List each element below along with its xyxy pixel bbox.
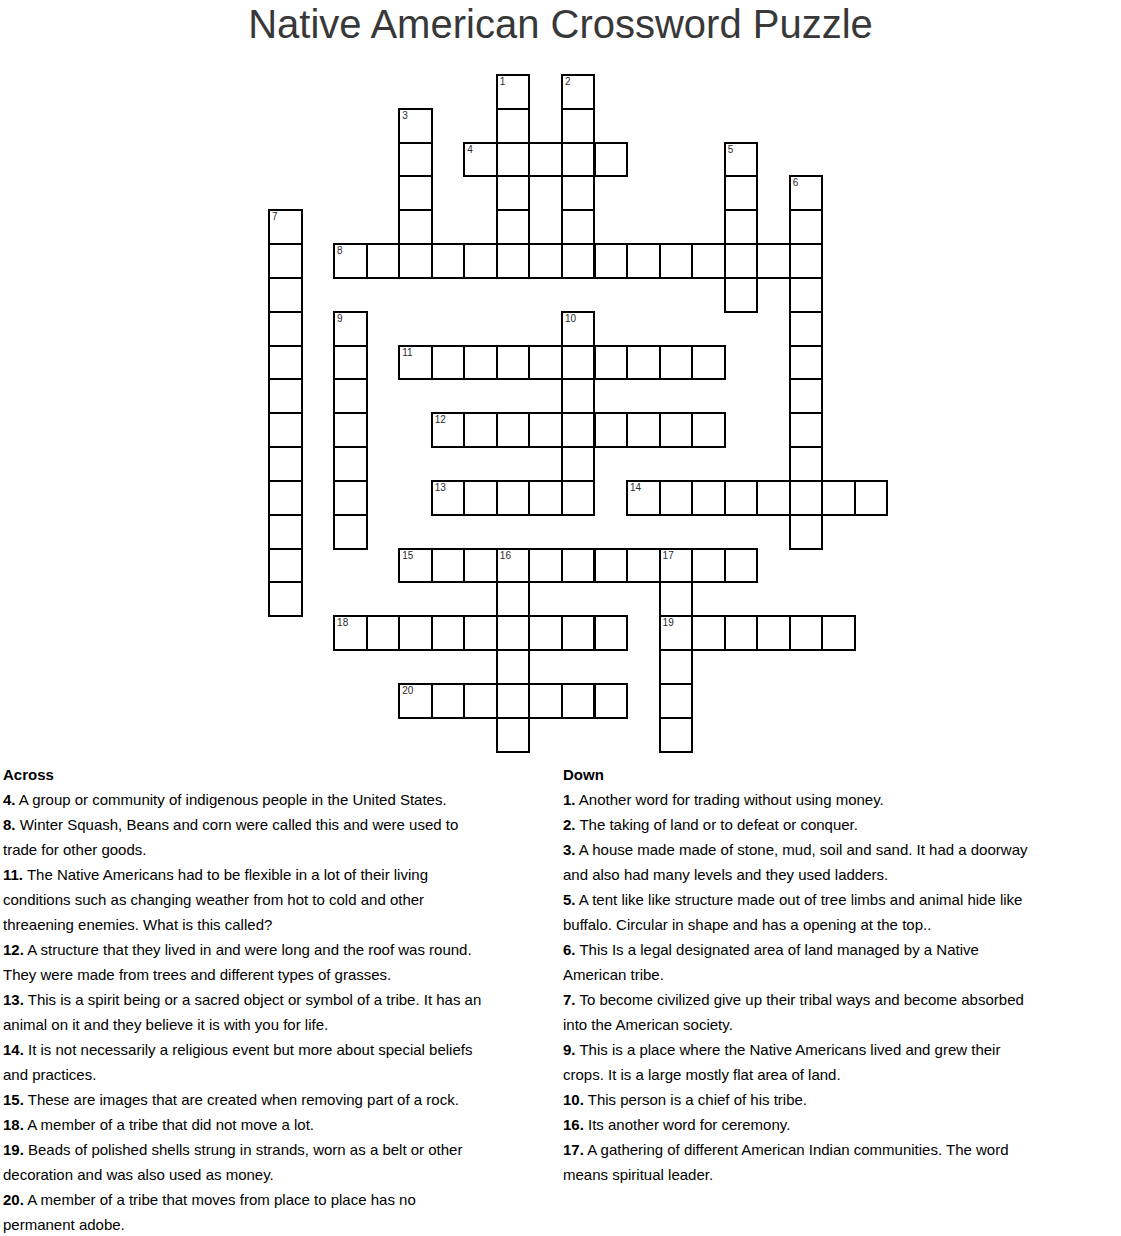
grid-cell[interactable] xyxy=(528,683,563,719)
grid-cell[interactable] xyxy=(333,514,368,550)
grid-cell[interactable] xyxy=(268,345,303,381)
across-clue-11: 11. The Native Americans had to be flexi… xyxy=(3,862,563,937)
grid-cell[interactable] xyxy=(561,108,596,144)
grid-cell[interactable] xyxy=(626,412,661,448)
grid-cell[interactable] xyxy=(756,243,791,279)
grid-clue-number: 10 xyxy=(565,314,576,324)
clue-number-label: 13. xyxy=(3,991,24,1008)
grid-cell[interactable] xyxy=(561,243,596,279)
grid-cell[interactable] xyxy=(398,175,433,211)
grid-clue-number: 5 xyxy=(728,145,734,155)
grid-cell[interactable] xyxy=(268,480,303,516)
grid-cell[interactable] xyxy=(333,345,368,381)
grid-cell[interactable] xyxy=(496,615,531,651)
grid-cell[interactable] xyxy=(431,345,466,381)
grid-cell[interactable] xyxy=(561,345,596,381)
grid-clue-number: 6 xyxy=(793,178,799,188)
grid-cell[interactable] xyxy=(496,108,531,144)
puzzle-title: Native American Crossword Puzzle xyxy=(0,2,1121,47)
grid-clue-number: 19 xyxy=(663,618,674,628)
grid-cell[interactable] xyxy=(789,412,824,448)
grid-cell[interactable] xyxy=(528,345,563,381)
grid-cell[interactable] xyxy=(789,378,824,414)
grid-clue-number: 17 xyxy=(663,551,674,561)
grid-cell[interactable] xyxy=(528,142,563,178)
down-clue-7: 7. To become civilized give up their tri… xyxy=(563,987,1119,1037)
grid-clue-number: 16 xyxy=(500,551,511,561)
grid-clue-number: 14 xyxy=(630,483,641,493)
grid-cell[interactable]: 3 xyxy=(398,108,433,144)
grid-cell[interactable] xyxy=(724,480,759,516)
grid-cell[interactable] xyxy=(268,277,303,313)
grid-cell[interactable] xyxy=(659,649,694,685)
grid-cell[interactable] xyxy=(561,480,596,516)
grid-cell[interactable] xyxy=(789,514,824,550)
grid-cell[interactable] xyxy=(528,412,563,448)
down-clue-9: 9. This is a place where the Native Amer… xyxy=(563,1037,1119,1087)
grid-cell[interactable] xyxy=(789,615,824,651)
grid-cell[interactable]: 8 xyxy=(333,243,368,279)
grid-cell[interactable] xyxy=(659,345,694,381)
grid-cell[interactable] xyxy=(268,514,303,550)
across-clue-14: 14. It is not necessarily a religious ev… xyxy=(3,1037,563,1087)
grid-clue-number: 7 xyxy=(272,212,278,222)
grid-cell[interactable] xyxy=(333,446,368,482)
grid-cell[interactable] xyxy=(268,412,303,448)
grid-cell[interactable] xyxy=(756,615,791,651)
grid-cell[interactable] xyxy=(463,345,498,381)
clue-number-label: 11. xyxy=(3,866,23,883)
grid-cell[interactable] xyxy=(528,480,563,516)
grid-cell[interactable] xyxy=(366,615,401,651)
down-clue-17: 17. A gathering of different American In… xyxy=(563,1137,1119,1187)
grid-cell[interactable] xyxy=(789,243,824,279)
grid-clue-number: 20 xyxy=(402,686,413,696)
grid-cell[interactable] xyxy=(398,209,433,245)
grid-cell[interactable] xyxy=(398,615,433,651)
clue-number-label: 7. xyxy=(563,991,576,1008)
grid-cell[interactable] xyxy=(561,175,596,211)
down-clue-6: 6. This Is a legal designated area of la… xyxy=(563,937,1119,987)
grid-cell[interactable] xyxy=(463,243,498,279)
across-clue-list: 4. A group or community of indigenous pe… xyxy=(3,787,563,1236)
grid-cell[interactable] xyxy=(626,345,661,381)
clue-number-label: 17. xyxy=(563,1141,584,1158)
grid-cell[interactable] xyxy=(268,378,303,414)
grid-cell[interactable] xyxy=(463,480,498,516)
grid-cell[interactable] xyxy=(789,480,824,516)
grid-clue-number: 1 xyxy=(500,77,506,87)
grid-cell[interactable] xyxy=(496,175,531,211)
grid-cell[interactable] xyxy=(659,581,694,617)
grid-cell[interactable]: 11 xyxy=(398,345,433,381)
clue-number-label: 4. xyxy=(3,791,16,808)
grid-cell[interactable] xyxy=(463,548,498,584)
clue-number-label: 3. xyxy=(563,841,576,858)
down-clue-1: 1. Another word for trading without usin… xyxy=(563,787,1119,812)
grid-cell[interactable]: 19 xyxy=(659,615,694,651)
grid-cell[interactable] xyxy=(594,683,629,719)
grid-cell[interactable] xyxy=(431,615,466,651)
grid-cell[interactable] xyxy=(724,548,759,584)
clue-number-label: 1. xyxy=(563,791,576,808)
grid-clue-number: 8 xyxy=(337,246,343,256)
grid-clue-number: 3 xyxy=(402,111,408,121)
grid-cell[interactable] xyxy=(691,412,726,448)
grid-cell[interactable] xyxy=(626,548,661,584)
clue-number-label: 16. xyxy=(563,1116,584,1133)
clue-number-label: 6. xyxy=(563,941,576,958)
grid-cell[interactable]: 4 xyxy=(463,142,498,178)
grid-cell[interactable] xyxy=(691,243,726,279)
grid-cell[interactable] xyxy=(431,548,466,584)
grid-cell[interactable] xyxy=(496,412,531,448)
grid-cell[interactable] xyxy=(724,175,759,211)
grid-cell[interactable] xyxy=(659,412,694,448)
grid-cell[interactable]: 16 xyxy=(496,548,531,584)
grid-cell[interactable] xyxy=(496,480,531,516)
grid-clue-number: 2 xyxy=(565,77,571,87)
grid-cell[interactable] xyxy=(789,345,824,381)
grid-cell[interactable] xyxy=(496,345,531,381)
grid-cell[interactable] xyxy=(561,683,596,719)
grid-cell[interactable] xyxy=(594,243,629,279)
grid-cell[interactable] xyxy=(594,142,629,178)
grid-cell[interactable] xyxy=(496,683,531,719)
grid-cell[interactable] xyxy=(561,548,596,584)
grid-cell[interactable] xyxy=(496,142,531,178)
grid-cell[interactable] xyxy=(659,683,694,719)
down-clue-list: 1. Another word for trading without usin… xyxy=(563,787,1119,1187)
across-clue-13: 13. This is a spirit being or a sacred o… xyxy=(3,987,563,1037)
grid-cell[interactable]: 6 xyxy=(789,175,824,211)
grid-cell[interactable] xyxy=(789,311,824,347)
grid-cell[interactable] xyxy=(691,480,726,516)
grid-cell[interactable] xyxy=(528,548,563,584)
clue-number-label: 19. xyxy=(3,1141,24,1158)
grid-cell[interactable] xyxy=(268,581,303,617)
grid-cell[interactable] xyxy=(691,615,726,651)
clue-number-label: 5. xyxy=(563,891,576,908)
down-clue-10: 10. This person is a chief of his tribe. xyxy=(563,1087,1119,1112)
across-clue-19: 19. Beads of polished shells strung in s… xyxy=(3,1137,563,1187)
grid-cell[interactable] xyxy=(496,581,531,617)
down-clues-section: Down 1. Another word for trading without… xyxy=(563,762,1119,1187)
grid-cell[interactable] xyxy=(528,243,563,279)
grid-cell[interactable] xyxy=(594,615,629,651)
grid-cell[interactable] xyxy=(821,480,856,516)
grid-cell[interactable] xyxy=(398,142,433,178)
grid-cell[interactable] xyxy=(724,277,759,313)
clue-number-label: 2. xyxy=(563,816,576,833)
down-clue-2: 2. The taking of land or to defeat or co… xyxy=(563,812,1119,837)
grid-cell[interactable] xyxy=(463,683,498,719)
grid-cell[interactable] xyxy=(821,615,856,651)
grid-cell[interactable]: 12 xyxy=(431,412,466,448)
grid-cell[interactable]: 5 xyxy=(724,142,759,178)
grid-cell[interactable] xyxy=(561,142,596,178)
clue-number-label: 8. xyxy=(3,816,16,833)
grid-cell[interactable] xyxy=(398,243,433,279)
grid-cell[interactable] xyxy=(463,615,498,651)
grid-cell[interactable] xyxy=(496,209,531,245)
clue-number-label: 12. xyxy=(3,941,24,958)
grid-cell[interactable] xyxy=(268,311,303,347)
grid-cell[interactable] xyxy=(366,243,401,279)
grid-cell[interactable] xyxy=(528,615,563,651)
grid-cell[interactable]: 14 xyxy=(626,480,661,516)
clue-number-label: 14. xyxy=(3,1041,24,1058)
grid-cell[interactable] xyxy=(431,243,466,279)
grid-cell[interactable] xyxy=(626,243,661,279)
across-clues-section: Across 4. A group or community of indige… xyxy=(3,762,563,1236)
grid-cell[interactable] xyxy=(496,717,531,753)
down-header: Down xyxy=(563,762,1119,787)
grid-cell[interactable] xyxy=(333,378,368,414)
grid-cell[interactable]: 1 xyxy=(496,74,531,110)
grid-cell[interactable] xyxy=(268,243,303,279)
grid-cell[interactable] xyxy=(659,243,694,279)
grid-cell[interactable] xyxy=(561,378,596,414)
grid-clue-number: 4 xyxy=(467,145,473,155)
grid-cell[interactable]: 10 xyxy=(561,311,596,347)
grid-cell[interactable]: 18 xyxy=(333,615,368,651)
grid-cell[interactable] xyxy=(594,548,629,584)
grid-cell[interactable] xyxy=(496,649,531,685)
grid-cell[interactable] xyxy=(724,209,759,245)
down-clue-5: 5. A tent like like structure made out o… xyxy=(563,887,1119,937)
grid-clue-number: 9 xyxy=(337,314,343,324)
grid-cell[interactable] xyxy=(724,615,759,651)
grid-clue-number: 15 xyxy=(402,551,413,561)
grid-clue-number: 13 xyxy=(435,483,446,493)
grid-cell[interactable] xyxy=(333,412,368,448)
clue-number-label: 10. xyxy=(563,1091,584,1108)
across-header: Across xyxy=(3,762,563,787)
grid-cell[interactable] xyxy=(789,277,824,313)
across-clue-4: 4. A group or community of indigenous pe… xyxy=(3,787,563,812)
grid-cell[interactable] xyxy=(789,209,824,245)
clue-number-label: 18. xyxy=(3,1116,24,1133)
across-clue-15: 15. These are images that are created wh… xyxy=(3,1087,563,1112)
grid-clue-number: 18 xyxy=(337,618,348,628)
grid-cell[interactable]: 9 xyxy=(333,311,368,347)
grid-cell[interactable] xyxy=(756,480,791,516)
across-clue-18: 18. A member of a tribe that did not mov… xyxy=(3,1112,563,1137)
grid-cell[interactable] xyxy=(561,446,596,482)
grid-cell[interactable] xyxy=(691,345,726,381)
grid-cell[interactable] xyxy=(594,345,629,381)
clue-number-label: 20. xyxy=(3,1191,24,1208)
grid-cell[interactable] xyxy=(268,548,303,584)
clue-number-label: 15. xyxy=(3,1091,24,1108)
grid-cell[interactable] xyxy=(789,446,824,482)
grid-cell[interactable] xyxy=(561,412,596,448)
grid-clue-number: 12 xyxy=(435,415,446,425)
grid-cell[interactable] xyxy=(659,717,694,753)
grid-clue-number: 11 xyxy=(402,348,412,358)
grid-cell[interactable]: 20 xyxy=(398,683,433,719)
grid-cell[interactable] xyxy=(691,548,726,584)
down-clue-16: 16. Its another word for ceremony. xyxy=(563,1112,1119,1137)
across-clue-12: 12. A structure that they lived in and w… xyxy=(3,937,563,987)
grid-cell[interactable]: 15 xyxy=(398,548,433,584)
grid-cell[interactable]: 7 xyxy=(268,209,303,245)
down-clue-3: 3. A house made made of stone, mud, soil… xyxy=(563,837,1119,887)
grid-cell[interactable]: 17 xyxy=(659,548,694,584)
grid-cell[interactable] xyxy=(561,615,596,651)
across-clue-20: 20. A member of a tribe that moves from … xyxy=(3,1187,563,1236)
grid-cell[interactable] xyxy=(333,480,368,516)
grid-cell[interactable]: 2 xyxy=(561,74,596,110)
grid-cell[interactable] xyxy=(463,412,498,448)
grid-cell[interactable]: 13 xyxy=(431,480,466,516)
grid-cell[interactable] xyxy=(268,446,303,482)
grid-cell[interactable] xyxy=(594,412,629,448)
grid-cell[interactable] xyxy=(561,209,596,245)
crossword-grid: 1234567891011121314151617181920 xyxy=(268,74,888,753)
grid-cell[interactable] xyxy=(431,683,466,719)
grid-cell[interactable] xyxy=(496,243,531,279)
grid-cell[interactable] xyxy=(724,243,759,279)
grid-cell[interactable] xyxy=(659,480,694,516)
grid-cell[interactable] xyxy=(854,480,889,516)
clue-number-label: 9. xyxy=(563,1041,576,1058)
across-clue-8: 8. Winter Squash, Beans and corn were ca… xyxy=(3,812,563,862)
